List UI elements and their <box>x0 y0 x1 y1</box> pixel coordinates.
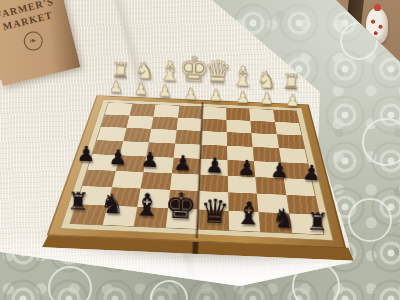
square-b2[interactable] <box>250 121 276 135</box>
square-d1[interactable] <box>202 107 226 120</box>
piece-black-pawn-f7[interactable]: ♟ <box>140 149 160 171</box>
piece-black-queen-d8[interactable]: ♛ <box>199 194 230 228</box>
square-d2[interactable] <box>201 119 226 133</box>
square-b3[interactable] <box>251 133 278 148</box>
square-d3[interactable] <box>201 131 227 146</box>
piece-white-pawn-e2[interactable]: ♟ <box>183 86 198 103</box>
piece-black-pawn-e7[interactable]: ♟ <box>173 153 193 175</box>
piece-black-rook-h8[interactable]: ♜ <box>67 189 90 214</box>
square-c3[interactable] <box>226 132 252 147</box>
piece-black-pawn-c7[interactable]: ♟ <box>237 157 257 179</box>
piece-black-bishop-c8[interactable]: ♝ <box>234 198 263 230</box>
piece-black-pawn-g7[interactable]: ♟ <box>108 147 128 169</box>
piece-white-pawn-d2[interactable]: ♟ <box>208 87 223 104</box>
piece-black-pawn-d7[interactable]: ♟ <box>205 155 225 177</box>
piece-white-pawn-h2[interactable]: ♟ <box>109 79 124 96</box>
square-a3[interactable] <box>276 134 304 149</box>
piece-black-knight-b8[interactable]: ♞ <box>271 204 296 232</box>
piece-white-pawn-f2[interactable]: ♟ <box>157 83 172 100</box>
piece-black-pawn-b7[interactable]: ♟ <box>270 160 290 182</box>
piece-white-pawn-a2[interactable]: ♟ <box>285 92 300 109</box>
photo-of-chess-set: FARMER'S MARKET ❧ ♜♞♝♚♛♝♞♜♟♟♟♟♟♟♟♟♟♟♟♟♟♟… <box>0 0 400 300</box>
piece-black-rook-a8[interactable]: ♜ <box>306 210 329 235</box>
square-c2[interactable] <box>226 120 251 134</box>
piece-white-pawn-b2[interactable]: ♟ <box>259 90 274 107</box>
piece-white-pawn-c2[interactable]: ♟ <box>235 89 250 106</box>
piece-black-pawn-a7[interactable]: ♟ <box>302 162 322 184</box>
square-c1[interactable] <box>226 108 250 121</box>
piece-white-pawn-g2[interactable]: ♟ <box>134 81 149 98</box>
piece-black-pawn-h7[interactable]: ♟ <box>76 143 96 165</box>
piece-white-queen-d1[interactable]: ♛ <box>203 56 232 88</box>
square-a2[interactable] <box>274 122 301 136</box>
piece-black-knight-g8[interactable]: ♞ <box>99 190 124 218</box>
piece-black-king-e8[interactable]: ♚ <box>164 188 198 225</box>
piece-white-bishop-c1[interactable]: ♝ <box>230 62 255 90</box>
chess-board-assembly: ♜♞♝♚♛♝♞♜♟♟♟♟♟♟♟♟♟♟♟♟♟♟♟♟♜♞♝♚♛♝♞♜ <box>0 0 400 300</box>
piece-black-bishop-f8[interactable]: ♝ <box>132 189 161 221</box>
